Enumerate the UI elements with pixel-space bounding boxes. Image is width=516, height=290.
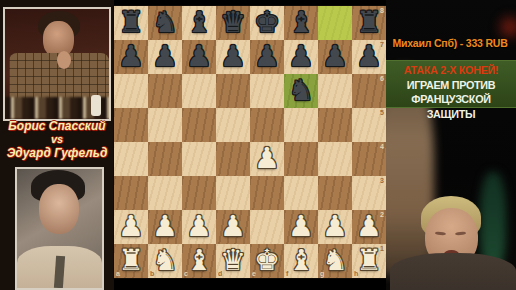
square-c3[interactable] [182,176,216,210]
announcement-line-1: АТАКА 2-Х КОНЕЙ! [386,63,516,78]
streamer-right-eye [455,231,466,235]
rank-label-2: 2 [380,211,384,218]
black-pawn-piece[interactable]: ♟ [114,40,148,74]
square-h6[interactable]: 6 [352,74,386,108]
square-g6[interactable] [318,74,352,108]
white-pawn-piece[interactable]: ♟ [284,210,318,244]
white-pawn-piece[interactable]: ♟ [114,210,148,244]
matchup-caption: Борис Спасский vs Эдуард Гуфельд [0,119,114,160]
white-pawn-piece[interactable]: ♟ [148,210,182,244]
white-pawn-piece[interactable]: ♟ [182,210,216,244]
square-e7[interactable]: ♟ [250,40,284,74]
file-label-c: c [184,270,188,277]
rank-label-8: 8 [380,7,384,14]
file-label-f: f [286,270,288,277]
square-a5[interactable] [114,108,148,142]
square-d2[interactable]: ♟ [216,210,250,244]
streamer-shirt [390,253,516,290]
square-c4[interactable] [182,142,216,176]
square-c5[interactable] [182,108,216,142]
rank-label-4: 4 [380,143,384,150]
square-c6[interactable] [182,74,216,108]
square-a3[interactable] [114,176,148,210]
square-g5[interactable] [318,108,352,142]
file-label-e: e [252,270,256,277]
square-g1[interactable]: ♞g [318,244,352,278]
black-pawn-piece[interactable]: ♟ [318,40,352,74]
square-a2[interactable]: ♟ [114,210,148,244]
square-e1[interactable]: ♚e [250,244,284,278]
square-e4[interactable]: ♟ [250,142,284,176]
square-h5[interactable]: 5 [352,108,386,142]
square-d6[interactable] [216,74,250,108]
black-queen-piece[interactable]: ♛ [216,6,250,40]
square-a1[interactable]: ♜a [114,244,148,278]
square-e2[interactable] [250,210,284,244]
announcement-line-2: ИГРАЕМ ПРОТИВ [386,78,516,93]
square-h3[interactable]: 3 [352,176,386,210]
square-b4[interactable] [148,142,182,176]
rank-label-7: 7 [380,41,384,48]
player-name-top: Борис Спасский [0,119,114,133]
square-f1[interactable]: ♝f [284,244,318,278]
black-knight-piece[interactable]: ♞ [284,74,318,108]
versus-label: vs [0,133,114,146]
square-b1[interactable]: ♞b [148,244,182,278]
announcement-banner: АТАКА 2-Х КОНЕЙ! ИГРАЕМ ПРОТИВ ФРАНЦУЗСК… [386,60,516,108]
black-pawn-piece[interactable]: ♟ [250,40,284,74]
file-label-g: g [320,270,324,277]
square-b7[interactable]: ♟ [148,40,182,74]
white-piece-foreground [91,95,101,116]
rank-label-3: 3 [380,177,384,184]
white-pawn-piece[interactable]: ♟ [250,142,284,176]
square-b8[interactable]: ♞ [148,6,182,40]
square-b2[interactable]: ♟ [148,210,182,244]
white-bishop-piece[interactable]: ♝ [284,244,318,278]
file-label-h: h [354,270,358,277]
square-f7[interactable]: ♟ [284,40,318,74]
announcement-line-3: ФРАНЦУЗСКОЙ ЗАЩИТЫ [386,92,516,121]
square-g7[interactable]: ♟ [318,40,352,74]
square-e5[interactable] [250,108,284,142]
square-a4[interactable] [114,142,148,176]
black-rook-piece[interactable]: ♜ [114,6,148,40]
square-d7[interactable]: ♟ [216,40,250,74]
streamer-left-eye [435,231,446,235]
spassky-photo-image [5,9,109,119]
square-g8[interactable] [318,6,352,40]
gufeld-face [39,184,79,234]
file-label-a: a [116,270,120,277]
gufeld-photo [15,167,104,290]
players-panel: Борис Спасский vs Эдуард Гуфельд [0,0,114,290]
video-frame: Борис Спасский vs Эдуард Гуфельд ♜♞♝♛♚♝♜… [0,0,516,290]
square-d8[interactable]: ♛ [216,6,250,40]
square-a6[interactable] [114,74,148,108]
chess-board[interactable]: ♜♞♝♛♚♝♜8♟♟♟♟♟♟♟♟7♞65♟43♟♟♟♟♟♟♟2♜a♞b♝c♛d♚… [114,6,386,278]
square-h4[interactable]: 4 [352,142,386,176]
square-a7[interactable]: ♟ [114,40,148,74]
black-pawn-piece[interactable]: ♟ [216,40,250,74]
black-knight-piece[interactable]: ♞ [148,6,182,40]
black-pawn-piece[interactable]: ♟ [284,40,318,74]
black-bishop-piece[interactable]: ♝ [284,6,318,40]
square-b5[interactable] [148,108,182,142]
square-c7[interactable]: ♟ [182,40,216,74]
file-label-b: b [150,270,154,277]
spassky-hand [57,51,71,69]
webcam-panel: Михаил Спб) - 333 RUB АТАКА 2-Х КОНЕЙ! И… [386,0,516,290]
square-h2[interactable]: ♟2 [352,210,386,244]
square-b3[interactable] [148,176,182,210]
player-name-bottom: Эдуард Гуфельд [0,146,114,160]
square-g4[interactable] [318,142,352,176]
square-f8[interactable]: ♝ [284,6,318,40]
black-bishop-piece[interactable]: ♝ [182,6,216,40]
black-pawn-piece[interactable]: ♟ [148,40,182,74]
square-b6[interactable] [148,74,182,108]
black-pawn-piece[interactable]: ♟ [182,40,216,74]
square-g2[interactable]: ♟ [318,210,352,244]
square-h1[interactable]: ♜1h [352,244,386,278]
white-pawn-piece[interactable]: ♟ [216,210,250,244]
donation-message: Михаил Спб) - 333 RUB [386,37,514,49]
square-d4[interactable] [216,142,250,176]
square-f3[interactable] [284,176,318,210]
gufeld-photo-image [17,169,102,288]
black-king-piece[interactable]: ♚ [250,6,284,40]
rank-label-6: 6 [380,75,384,82]
square-e6[interactable] [250,74,284,108]
file-label-d: d [218,270,222,277]
white-pawn-piece[interactable]: ♟ [318,210,352,244]
square-c1[interactable]: ♝c [182,244,216,278]
square-f6[interactable]: ♞ [284,74,318,108]
square-h8[interactable]: ♜8 [352,6,386,40]
square-f2[interactable]: ♟ [284,210,318,244]
square-c2[interactable]: ♟ [182,210,216,244]
square-e8[interactable]: ♚ [250,6,284,40]
square-d1[interactable]: ♛d [216,244,250,278]
rank-label-5: 5 [380,109,384,116]
square-c8[interactable]: ♝ [182,6,216,40]
rank-label-1: 1 [380,245,384,252]
square-a8[interactable]: ♜ [114,6,148,40]
square-g3[interactable] [318,176,352,210]
square-h7[interactable]: ♟7 [352,40,386,74]
square-e3[interactable] [250,176,284,210]
spassky-photo [3,7,111,121]
square-f4[interactable] [284,142,318,176]
square-f5[interactable] [284,108,318,142]
square-d5[interactable] [216,108,250,142]
square-d3[interactable] [216,176,250,210]
